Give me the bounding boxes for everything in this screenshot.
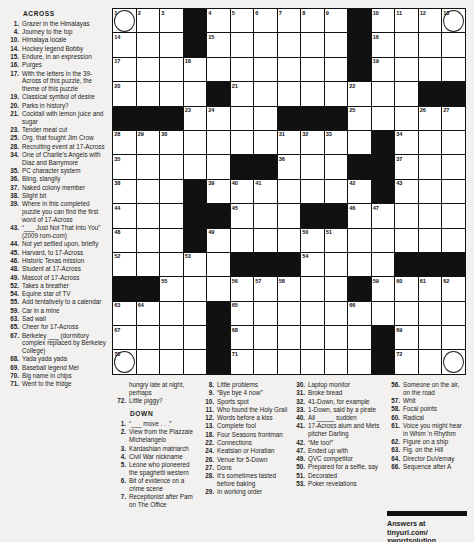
grid-cell[interactable]: [184, 277, 207, 300]
grid-cell[interactable]: [325, 155, 348, 178]
grid-cell[interactable]: 22: [348, 82, 371, 105]
grid-cell[interactable]: [301, 155, 324, 178]
grid-cell[interactable]: 71: [231, 350, 254, 373]
grid-cell[interactable]: [254, 33, 277, 56]
cell-number: 52: [114, 253, 120, 259]
grid-cell[interactable]: 54: [301, 253, 324, 276]
grid-cell[interactable]: [137, 204, 160, 227]
cell-number: 17: [114, 58, 120, 64]
clue-column-4: 30.Laptop monitor31.Broke bread32.41-Dow…: [292, 381, 382, 488]
grid-cell[interactable]: [184, 302, 207, 325]
grid-cell[interactable]: [278, 326, 301, 349]
clue-number: 37.: [6, 184, 22, 192]
grid-cell[interactable]: 65: [231, 302, 254, 325]
black-square: [442, 253, 465, 276]
grid-cell[interactable]: [395, 82, 418, 105]
cell-number: 16: [373, 34, 379, 40]
grid-cell[interactable]: [160, 82, 183, 105]
grid-cell[interactable]: [278, 302, 301, 325]
cell-number: 40: [232, 180, 238, 186]
grid-cell[interactable]: [184, 131, 207, 154]
clue: 23.Tender meat cut: [6, 126, 109, 134]
clue-text: Bling, slangily: [22, 175, 109, 183]
clue-text: Where in this completed puzzle you can f…: [22, 200, 109, 223]
grid-cell[interactable]: [419, 229, 442, 252]
clue-number: 50.: [292, 463, 308, 471]
grid-cell[interactable]: 64: [137, 302, 160, 325]
grid-cell[interactable]: 19: [372, 58, 395, 81]
grid-cell[interactable]: [254, 302, 277, 325]
grid-cell[interactable]: [419, 33, 442, 56]
clue: 14.Hockey legend Bobby: [6, 45, 109, 53]
grid-cell[interactable]: 12: [419, 9, 442, 32]
grid-cell[interactable]: [137, 350, 160, 373]
grid-cell[interactable]: 35: [113, 155, 136, 178]
grid-cell[interactable]: [301, 302, 324, 325]
grid-cell[interactable]: [184, 326, 207, 349]
clue-number: 52.: [6, 282, 22, 290]
grid-cell[interactable]: [137, 33, 160, 56]
grid-cell[interactable]: 66: [348, 302, 371, 325]
cell-number: 49: [208, 229, 214, 235]
grid-cell[interactable]: 26: [419, 107, 442, 130]
grid-cell[interactable]: [278, 350, 301, 373]
grid-cell[interactable]: [137, 155, 160, 178]
grid-cell[interactable]: 72: [395, 350, 418, 373]
grid-cell[interactable]: 2: [137, 9, 160, 32]
grid-cell[interactable]: [372, 302, 395, 325]
clue-number: 47.: [292, 447, 308, 455]
grid-cell[interactable]: 61: [419, 277, 442, 300]
grid-cell[interactable]: [207, 277, 230, 300]
clue-text: With the letters in the 39-Across of thi…: [22, 70, 109, 93]
grid-cell[interactable]: [137, 253, 160, 276]
grid-cell[interactable]: 63: [113, 302, 136, 325]
clue-number: 4.: [6, 28, 22, 36]
grid-cell[interactable]: [301, 350, 324, 373]
clue-text: Leone who pioneered the spaghetti wester…: [129, 461, 198, 477]
clue-text: Mascot of 17-Across: [22, 274, 109, 282]
clue: 10.Himalaya locale: [6, 36, 109, 44]
grid-cell[interactable]: 4: [207, 9, 230, 32]
grid-cell[interactable]: 62: [442, 277, 465, 300]
grid-cell[interactable]: 53: [184, 253, 207, 276]
grid-cell[interactable]: 57: [254, 277, 277, 300]
grid-cell[interactable]: [419, 326, 442, 349]
grid-cell[interactable]: 28: [113, 131, 136, 154]
grid-cell[interactable]: [301, 33, 324, 56]
grid-cell[interactable]: [372, 107, 395, 130]
grid-cell[interactable]: [442, 131, 465, 154]
grid-cell[interactable]: [160, 58, 183, 81]
cell-number: 33: [326, 131, 332, 137]
grid-cell[interactable]: [137, 180, 160, 203]
clue: 68.Yada yada yada: [6, 355, 109, 363]
grid-cell[interactable]: [325, 350, 348, 373]
grid-cell[interactable]: [254, 131, 277, 154]
grid-cell[interactable]: [278, 33, 301, 56]
clue-number: 42.: [292, 439, 308, 447]
grid-cell[interactable]: [254, 58, 277, 81]
clue: 21.Cocktail with lemon juice and sugar: [6, 110, 109, 126]
grid-cell[interactable]: [395, 229, 418, 252]
cell-number: 66: [349, 302, 355, 308]
black-square: [372, 155, 395, 178]
grid-cell[interactable]: [348, 253, 371, 276]
grid-cell[interactable]: 11: [395, 9, 418, 32]
grid-cell[interactable]: [395, 58, 418, 81]
clue-text: “Me too!”: [308, 439, 382, 447]
grid-cell[interactable]: [372, 229, 395, 252]
grid-cell[interactable]: 42: [348, 180, 371, 203]
grid-cell[interactable]: [160, 229, 183, 252]
grid-cell[interactable]: [395, 107, 418, 130]
grid-cell[interactable]: 52: [113, 253, 136, 276]
grid-cell[interactable]: [395, 204, 418, 227]
grid-cell[interactable]: 29: [137, 131, 160, 154]
grid-cell[interactable]: 51: [325, 229, 348, 252]
clue-number: 22.: [201, 439, 217, 447]
grid-cell[interactable]: 13: [442, 9, 465, 32]
clue: 56.Someone on the air, on the road: [387, 381, 468, 397]
grid-cell[interactable]: 47: [372, 204, 395, 227]
grid-cell[interactable]: [254, 82, 277, 105]
grid-cell[interactable]: 46: [348, 204, 371, 227]
grid-cell[interactable]: [442, 204, 465, 227]
cell-number: 67: [114, 327, 120, 333]
clue-column-5: 56.Someone on the air, on the road57.Whi…: [387, 381, 468, 471]
grid-cell[interactable]: [301, 326, 324, 349]
grid-cell[interactable]: 48: [113, 229, 136, 252]
grid-cell[interactable]: 20: [113, 82, 136, 105]
grid-cell[interactable]: [278, 204, 301, 227]
clue-text: Words before a kiss: [217, 414, 289, 422]
grid-cell[interactable]: [419, 204, 442, 227]
grid-cell[interactable]: [137, 82, 160, 105]
clue-text: Poker revelations: [308, 480, 382, 488]
grid-cell[interactable]: 24: [207, 107, 230, 130]
clue: 20.Parks in history?: [6, 102, 109, 110]
cell-number: 60: [396, 278, 402, 284]
grid-cell[interactable]: [442, 58, 465, 81]
cell-number: 45: [232, 205, 238, 211]
clue-number: 66.: [387, 463, 403, 471]
cell-number: 8: [302, 10, 305, 16]
grid-cell[interactable]: [419, 180, 442, 203]
grid-cell[interactable]: [395, 302, 418, 325]
grid-cell[interactable]: 36: [278, 155, 301, 178]
clue-text: Keatsian or Horatian: [217, 447, 289, 455]
grid-cell[interactable]: [160, 33, 183, 56]
grid-cell[interactable]: 7: [278, 9, 301, 32]
grid-cell[interactable]: [207, 131, 230, 154]
grid-cell[interactable]: [442, 326, 465, 349]
grid-cell[interactable]: 49: [207, 229, 230, 252]
grid-cell[interactable]: [160, 155, 183, 178]
grid-cell[interactable]: [419, 131, 442, 154]
clue: 1.“___ move . . .”: [113, 420, 198, 428]
grid-cell[interactable]: [442, 350, 465, 373]
grid-cell[interactable]: 68: [231, 326, 254, 349]
grid-cell[interactable]: [278, 229, 301, 252]
grid-cell[interactable]: [325, 277, 348, 300]
grid-cell[interactable]: [325, 180, 348, 203]
grid-cell[interactable]: 21: [231, 82, 254, 105]
grid-cell[interactable]: [348, 229, 371, 252]
cell-number: 44: [114, 205, 120, 211]
grid-cell[interactable]: [278, 82, 301, 105]
grid-cell[interactable]: 30: [160, 131, 183, 154]
grid-cell[interactable]: [231, 229, 254, 252]
grid-cell[interactable]: 15: [207, 33, 230, 56]
grid-cell[interactable]: 23: [184, 107, 207, 130]
clue-text: Venue for 5-Down: [217, 456, 289, 464]
grid-cell[interactable]: [160, 253, 183, 276]
clue-number: 46.: [6, 257, 22, 265]
grid-cell[interactable]: [419, 350, 442, 373]
across-clue-list-tail: 72.Little piggy?: [113, 397, 198, 405]
grid-cell[interactable]: [184, 82, 207, 105]
grid-cell[interactable]: 43: [395, 180, 418, 203]
grid-cell[interactable]: [442, 229, 465, 252]
grid-cell[interactable]: [325, 33, 348, 56]
clue-number: 28.: [201, 472, 217, 488]
grid-cell[interactable]: 69: [395, 326, 418, 349]
grid-cell[interactable]: [419, 302, 442, 325]
grid-cell[interactable]: 10: [372, 9, 395, 32]
grid-cell[interactable]: [348, 350, 371, 373]
clue-number: 30.: [292, 381, 308, 389]
grid-cell[interactable]: 5: [231, 9, 254, 32]
grid-cell[interactable]: [137, 58, 160, 81]
clue: 40.All _____ sudden: [292, 414, 382, 422]
cell-number: 29: [138, 131, 144, 137]
clue-number: 17.: [6, 70, 22, 93]
clue: 55.Add tentatively to a calendar: [6, 298, 109, 306]
grid-cell[interactable]: [231, 107, 254, 130]
clue-number: 67.: [6, 332, 22, 355]
grid-cell[interactable]: [325, 82, 348, 105]
clue: 9.“Bye bye 4 now”: [201, 389, 289, 397]
grid-cell[interactable]: [442, 155, 465, 178]
grid-cell[interactable]: 32: [301, 131, 324, 154]
clue-number: 68.: [6, 355, 22, 363]
grid-cell[interactable]: 58: [278, 277, 301, 300]
grid-cell[interactable]: [137, 229, 160, 252]
clue-text: Classical symbol of desire: [22, 93, 109, 101]
grid-cell[interactable]: 45: [231, 204, 254, 227]
grid-cell[interactable]: 6: [254, 9, 277, 32]
clue: 17.With the letters in the 39-Across of …: [6, 70, 109, 93]
grid-cell[interactable]: 8: [301, 9, 324, 32]
clue: 54.Equine star of TV: [6, 290, 109, 298]
clue: 1.Grazer in the Himalayas: [6, 20, 109, 28]
cell-number: 38: [114, 180, 120, 186]
clue-text: Parks in history?: [22, 102, 109, 110]
grid-cell[interactable]: [207, 58, 230, 81]
clue-number: 70.: [6, 372, 22, 380]
grid-cell[interactable]: 14: [113, 33, 136, 56]
clue-text: Student at 17-Across: [22, 265, 109, 273]
black-square: [254, 155, 277, 178]
grid-cell[interactable]: 50: [301, 229, 324, 252]
black-square: [348, 155, 371, 178]
clue-text: Connections: [217, 439, 289, 447]
grid-cell[interactable]: 18: [184, 58, 207, 81]
grid-cell[interactable]: 25: [348, 107, 371, 130]
clue-text: 41-Down, for example: [308, 398, 382, 406]
clue: 33.1-Down, said by a pirate: [292, 406, 382, 414]
grid-cell[interactable]: 38: [113, 180, 136, 203]
clue-text: Laptop monitor: [308, 381, 382, 389]
grid-cell[interactable]: [254, 229, 277, 252]
grid-cell[interactable]: [419, 58, 442, 81]
grid-cell[interactable]: [372, 82, 395, 105]
black-square: [113, 277, 136, 300]
grid-cell[interactable]: 60: [395, 277, 418, 300]
grid-cell[interactable]: [184, 350, 207, 373]
clue: 4.Journey to the top: [6, 28, 109, 36]
grid-cell[interactable]: [231, 58, 254, 81]
grid-cell[interactable]: [160, 326, 183, 349]
clue-number: 63.: [387, 446, 403, 454]
grid-cell[interactable]: [184, 155, 207, 178]
cell-number: 14: [114, 34, 120, 40]
grid-cell[interactable]: [160, 350, 183, 373]
down-clue-list: 8.Little problems9.“Bye bye 4 now”10.Spo…: [201, 381, 289, 496]
cell-number: 63: [114, 302, 120, 308]
grid-cell[interactable]: [301, 180, 324, 203]
clue: 12.Words before a kiss: [201, 414, 289, 422]
grid-cell[interactable]: [419, 155, 442, 178]
grid-cell[interactable]: [442, 180, 465, 203]
grid-cell[interactable]: 41: [254, 180, 277, 203]
grid-cell[interactable]: [160, 302, 183, 325]
answers-link[interactable]: Answers at tinyurl.com/ xwordsolution: [387, 520, 467, 542]
grid-cell[interactable]: [301, 277, 324, 300]
cell-number: 9: [326, 10, 329, 16]
grid-cell[interactable]: 37: [395, 155, 418, 178]
grid-cell[interactable]: 59: [372, 277, 395, 300]
down-clue-list: 56.Someone on the air, on the road57.Whi…: [387, 381, 468, 471]
clue: 45.Harvard, to 17-Across: [6, 249, 109, 257]
clue-number: 29.: [201, 488, 217, 496]
clue-text: Not yet settled upon, briefly: [22, 240, 109, 248]
grid-cell[interactable]: [348, 326, 371, 349]
grid-cell[interactable]: 44: [113, 204, 136, 227]
clue-text: Voice you might hear in Whim 'n Rhythm: [403, 422, 468, 438]
grid-cell[interactable]: [254, 107, 277, 130]
clue: 49.QVC competitor: [292, 455, 382, 463]
clue-text: Cheer for 17-Across: [22, 323, 109, 331]
grid-cell[interactable]: [207, 253, 230, 276]
grid-cell[interactable]: [231, 131, 254, 154]
grid-cell[interactable]: [254, 350, 277, 373]
grid-cell[interactable]: 70: [113, 350, 136, 373]
grid-cell[interactable]: 55: [160, 277, 183, 300]
clue-number: 19.: [6, 93, 22, 101]
grid-cell[interactable]: 67: [113, 326, 136, 349]
clue-text: Historic Texas mission: [22, 257, 109, 265]
grid-cell[interactable]: [372, 253, 395, 276]
clue-number: 5.: [113, 461, 129, 477]
grid-cell[interactable]: 27: [442, 107, 465, 130]
down-header: DOWN: [130, 410, 198, 418]
cell-number: 61: [420, 278, 426, 284]
grid-cell[interactable]: 34: [395, 131, 418, 154]
clue-number: 49.: [6, 274, 22, 282]
grid-cell[interactable]: 3: [160, 9, 183, 32]
grid-cell[interactable]: 1: [113, 9, 136, 32]
grid-cell[interactable]: [301, 82, 324, 105]
grid-cell[interactable]: [325, 58, 348, 81]
clue-number: 57.: [387, 397, 403, 405]
grid-cell[interactable]: 40: [231, 180, 254, 203]
grid-cell[interactable]: [160, 180, 183, 203]
clue: 38.Slight bit: [6, 192, 109, 200]
black-square: [325, 204, 348, 227]
clue-number: 2.: [113, 428, 129, 444]
grid-cell[interactable]: [325, 253, 348, 276]
clue: 61.Voice you might hear in Whim 'n Rhyth…: [387, 422, 468, 438]
grid-cell[interactable]: 16: [372, 33, 395, 56]
black-square: [419, 253, 442, 276]
grid-cell[interactable]: [278, 180, 301, 203]
cell-number: 23: [185, 107, 191, 113]
clue: 42.“Me too!”: [292, 439, 382, 447]
clue: 18.Four Seasons frontman: [201, 431, 289, 439]
grid-cell[interactable]: [254, 326, 277, 349]
grid-cell[interactable]: 56: [231, 277, 254, 300]
grid-cell[interactable]: [395, 33, 418, 56]
black-square: [442, 82, 465, 105]
cell-number: 12: [420, 10, 426, 16]
grid-cell[interactable]: 9: [325, 9, 348, 32]
black-square: [325, 107, 348, 130]
cell-number: 31: [279, 131, 285, 137]
grid-cell[interactable]: [278, 58, 301, 81]
grid-cell[interactable]: [254, 204, 277, 227]
black-square: [419, 82, 442, 105]
clue-text: 1-Down, said by a pirate: [308, 406, 382, 414]
grid-cell[interactable]: [207, 155, 230, 178]
clue-text: Went to the fridge: [22, 380, 109, 388]
clue-text: Yada yada yada: [22, 355, 109, 363]
grid-cell[interactable]: 17: [113, 58, 136, 81]
grid-cell[interactable]: [231, 33, 254, 56]
grid-cell[interactable]: [160, 204, 183, 227]
grid-cell[interactable]: 39: [207, 180, 230, 203]
clue: 10.Sports spot: [201, 398, 289, 406]
grid-cell[interactable]: [325, 326, 348, 349]
grid-cell[interactable]: 31: [278, 131, 301, 154]
clue: 31.Broke bread: [292, 389, 382, 397]
grid-cell[interactable]: [301, 58, 324, 81]
clue-text: Someone on the air, on the road: [403, 381, 468, 397]
grid-cell[interactable]: [325, 302, 348, 325]
clue: 49.Mascot of 17-Across: [6, 274, 109, 282]
grid-cell[interactable]: [442, 33, 465, 56]
clue: 16.Purges: [6, 61, 109, 69]
grid-cell[interactable]: [137, 326, 160, 349]
cell-number: 34: [396, 131, 402, 137]
grid-cell[interactable]: [348, 131, 371, 154]
grid-cell[interactable]: [442, 302, 465, 325]
clue-number: 12.: [201, 414, 217, 422]
grid-cell[interactable]: 33: [325, 131, 348, 154]
black-square: [231, 253, 254, 276]
clue-number: 61.: [387, 422, 403, 438]
